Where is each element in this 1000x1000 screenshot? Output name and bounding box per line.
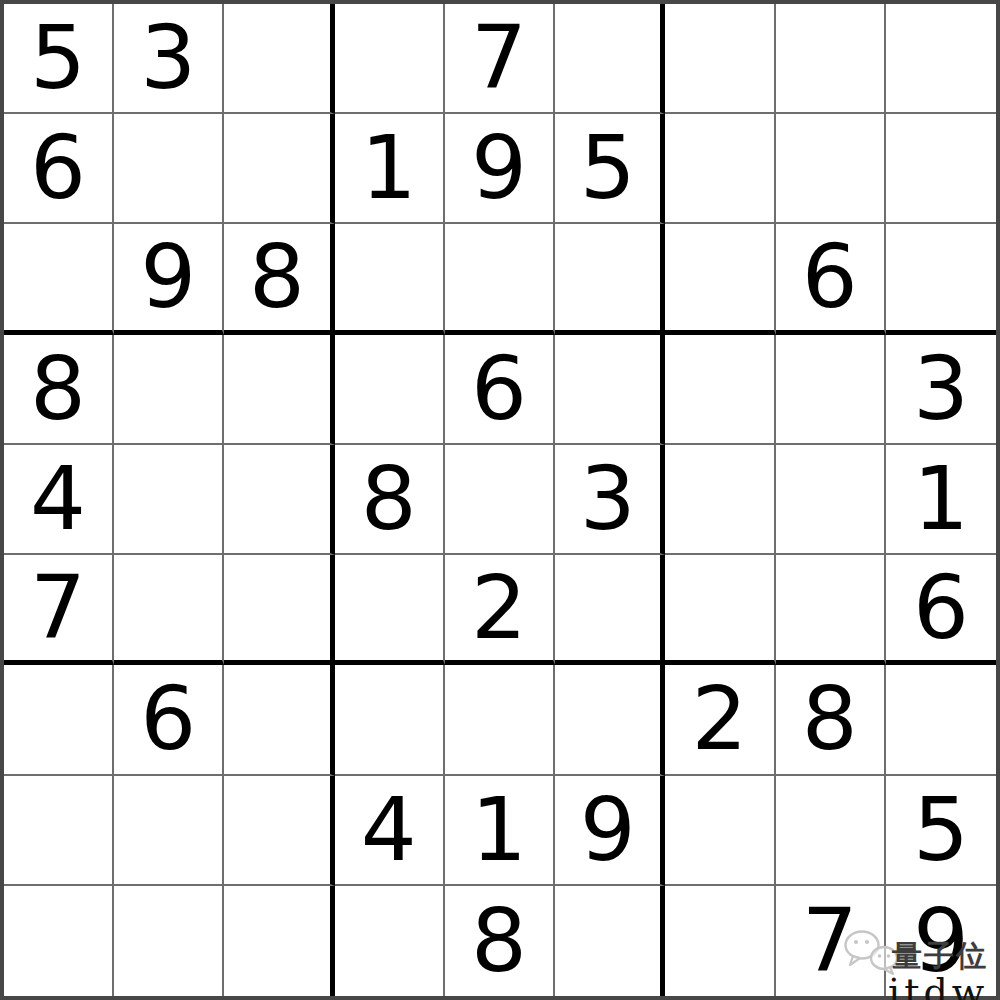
cell-r4c6[interactable] bbox=[555, 335, 665, 445]
cell-r7c4[interactable] bbox=[335, 665, 445, 775]
cell-r9c6[interactable] bbox=[555, 886, 665, 996]
cell-r3c2[interactable]: 9 bbox=[114, 224, 224, 334]
cell-r7c3[interactable] bbox=[224, 665, 334, 775]
cell-r3c3[interactable]: 8 bbox=[224, 224, 334, 334]
cell-r4c8[interactable] bbox=[776, 335, 886, 445]
sudoku-screenshot: 537619598686348317266284195879 量子位 itdw.… bbox=[0, 0, 1000, 1000]
cell-r2c9[interactable] bbox=[886, 114, 996, 224]
cell-r4c7[interactable] bbox=[665, 335, 775, 445]
cell-r9c2[interactable] bbox=[114, 886, 224, 996]
cell-r2c8[interactable] bbox=[776, 114, 886, 224]
cell-r5c3[interactable] bbox=[224, 445, 334, 555]
cell-r7c1[interactable] bbox=[4, 665, 114, 775]
cell-r8c9[interactable]: 5 bbox=[886, 776, 996, 886]
cell-r5c8[interactable] bbox=[776, 445, 886, 555]
cell-r6c7[interactable] bbox=[665, 555, 775, 665]
cell-r1c5[interactable]: 7 bbox=[445, 4, 555, 114]
cell-r9c7[interactable] bbox=[665, 886, 775, 996]
cell-r7c8[interactable]: 8 bbox=[776, 665, 886, 775]
cell-r1c6[interactable] bbox=[555, 4, 665, 114]
cell-r6c3[interactable] bbox=[224, 555, 334, 665]
cell-r6c1[interactable]: 7 bbox=[4, 555, 114, 665]
cell-r5c2[interactable] bbox=[114, 445, 224, 555]
cell-r8c3[interactable] bbox=[224, 776, 334, 886]
cell-r2c2[interactable] bbox=[114, 114, 224, 224]
cell-r2c3[interactable] bbox=[224, 114, 334, 224]
cell-r8c6[interactable]: 9 bbox=[555, 776, 665, 886]
cell-r7c6[interactable] bbox=[555, 665, 665, 775]
cell-r6c2[interactable] bbox=[114, 555, 224, 665]
cell-r2c7[interactable] bbox=[665, 114, 775, 224]
cell-r6c8[interactable] bbox=[776, 555, 886, 665]
cell-r3c7[interactable] bbox=[665, 224, 775, 334]
cell-r1c1[interactable]: 5 bbox=[4, 4, 114, 114]
cell-r7c2[interactable]: 6 bbox=[114, 665, 224, 775]
cell-r6c6[interactable] bbox=[555, 555, 665, 665]
cell-r8c1[interactable] bbox=[4, 776, 114, 886]
cell-r7c7[interactable]: 2 bbox=[665, 665, 775, 775]
cell-r6c9[interactable]: 6 bbox=[886, 555, 996, 665]
cell-r1c3[interactable] bbox=[224, 4, 334, 114]
cell-r2c4[interactable]: 1 bbox=[335, 114, 445, 224]
cell-r1c7[interactable] bbox=[665, 4, 775, 114]
cell-r9c1[interactable] bbox=[4, 886, 114, 996]
cell-r6c4[interactable] bbox=[335, 555, 445, 665]
sudoku-board: 537619598686348317266284195879 bbox=[0, 0, 1000, 1000]
cell-r4c4[interactable] bbox=[335, 335, 445, 445]
cell-r4c5[interactable]: 6 bbox=[445, 335, 555, 445]
cell-r4c3[interactable] bbox=[224, 335, 334, 445]
cell-r5c7[interactable] bbox=[665, 445, 775, 555]
cell-r3c6[interactable] bbox=[555, 224, 665, 334]
cell-r3c1[interactable] bbox=[4, 224, 114, 334]
cell-r1c2[interactable]: 3 bbox=[114, 4, 224, 114]
cell-r4c1[interactable]: 8 bbox=[4, 335, 114, 445]
cell-r3c4[interactable] bbox=[335, 224, 445, 334]
cell-r3c9[interactable] bbox=[886, 224, 996, 334]
cell-r9c9[interactable]: 9 bbox=[886, 886, 996, 996]
cell-r1c4[interactable] bbox=[335, 4, 445, 114]
cell-r3c5[interactable] bbox=[445, 224, 555, 334]
cell-r4c9[interactable]: 3 bbox=[886, 335, 996, 445]
cell-r4c2[interactable] bbox=[114, 335, 224, 445]
cell-r1c9[interactable] bbox=[886, 4, 996, 114]
cell-r5c4[interactable]: 8 bbox=[335, 445, 445, 555]
cell-r6c5[interactable]: 2 bbox=[445, 555, 555, 665]
cell-r2c5[interactable]: 9 bbox=[445, 114, 555, 224]
cell-r7c5[interactable] bbox=[445, 665, 555, 775]
cell-r7c9[interactable] bbox=[886, 665, 996, 775]
cell-r5c1[interactable]: 4 bbox=[4, 445, 114, 555]
cell-r9c8[interactable]: 7 bbox=[776, 886, 886, 996]
cell-r3c8[interactable]: 6 bbox=[776, 224, 886, 334]
cell-r9c5[interactable]: 8 bbox=[445, 886, 555, 996]
cell-r9c4[interactable] bbox=[335, 886, 445, 996]
cell-r5c5[interactable] bbox=[445, 445, 555, 555]
cell-r9c3[interactable] bbox=[224, 886, 334, 996]
cell-r5c6[interactable]: 3 bbox=[555, 445, 665, 555]
cell-r8c8[interactable] bbox=[776, 776, 886, 886]
cell-r5c9[interactable]: 1 bbox=[886, 445, 996, 555]
cell-r8c7[interactable] bbox=[665, 776, 775, 886]
cell-r8c5[interactable]: 1 bbox=[445, 776, 555, 886]
cell-r1c8[interactable] bbox=[776, 4, 886, 114]
cell-r2c6[interactable]: 5 bbox=[555, 114, 665, 224]
cell-r8c4[interactable]: 4 bbox=[335, 776, 445, 886]
cell-r8c2[interactable] bbox=[114, 776, 224, 886]
cell-r2c1[interactable]: 6 bbox=[4, 114, 114, 224]
